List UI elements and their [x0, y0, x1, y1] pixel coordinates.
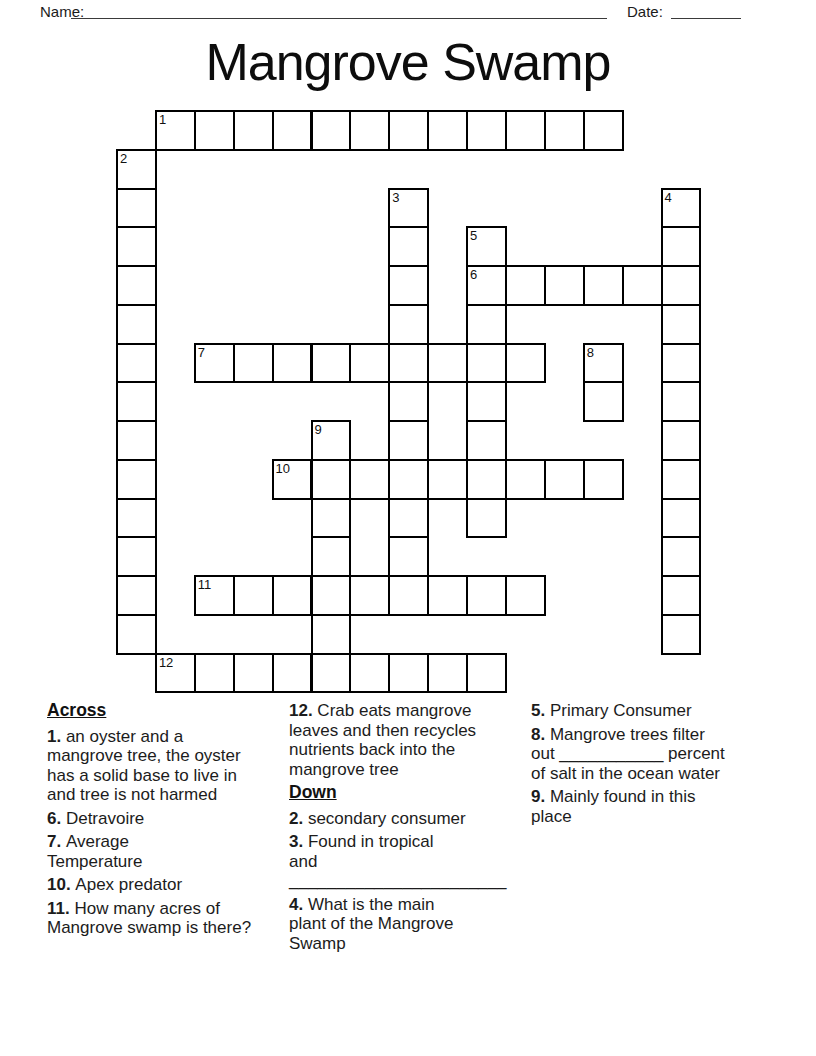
grid-cell-r7c13[interactable]: 8: [583, 343, 624, 384]
cell-number: 12: [159, 655, 173, 670]
grid-cell-r12c1[interactable]: [116, 536, 157, 577]
cell-number: 4: [665, 190, 672, 205]
grid-cell-r8c13[interactable]: [583, 381, 624, 422]
grid-cell-r5c13[interactable]: [583, 265, 624, 306]
grid-cell-r13c10[interactable]: [466, 575, 507, 616]
grid-cell-r11c1[interactable]: [116, 498, 157, 539]
grid-cell-r5c15[interactable]: [661, 265, 702, 306]
grid-cell-r10c15[interactable]: [661, 459, 702, 500]
grid-cell-r13c3[interactable]: 11: [194, 575, 235, 616]
grid-cell-r12c8[interactable]: [388, 536, 429, 577]
grid-cell-r7c7[interactable]: [349, 343, 390, 384]
grid-cell-r5c12[interactable]: [544, 265, 585, 306]
grid-cell-r10c5[interactable]: 10: [272, 459, 313, 500]
grid-cell-r5c11[interactable]: [505, 265, 546, 306]
grid-cell-r10c11[interactable]: [505, 459, 546, 500]
grid-cell-r1c12[interactable]: [544, 110, 585, 151]
grid-cell-r13c11[interactable]: [505, 575, 546, 616]
grid-cell-r8c15[interactable]: [661, 381, 702, 422]
grid-cell-r1c8[interactable]: [388, 110, 429, 151]
clue-number: 2.: [289, 809, 308, 828]
clue-number: 1.: [47, 727, 66, 746]
grid-cell-r9c1[interactable]: [116, 420, 157, 461]
page-title: Mangrove Swamp: [0, 32, 816, 92]
grid-cell-r10c9[interactable]: [427, 459, 468, 500]
grid-cell-r14c6[interactable]: [311, 614, 352, 655]
clue-text: secondary consumer: [308, 809, 466, 828]
clues-column-right: 5. Primary Consumer8. Mangrove trees fil…: [531, 701, 776, 830]
grid-cell-r7c4[interactable]: [233, 343, 274, 384]
grid-cell-r5c14[interactable]: [622, 265, 663, 306]
grid-cell-r1c3[interactable]: [194, 110, 235, 151]
grid-cell-r9c10[interactable]: [466, 420, 507, 461]
cell-number: 8: [587, 345, 594, 360]
grid-cell-r6c1[interactable]: [116, 304, 157, 345]
grid-cell-r2c1[interactable]: 2: [116, 149, 157, 190]
grid-cell-r1c4[interactable]: [233, 110, 274, 151]
grid-cell-r7c3[interactable]: 7: [194, 343, 235, 384]
grid-cell-r6c8[interactable]: [388, 304, 429, 345]
grid-cell-r10c6[interactable]: [311, 459, 352, 500]
cell-number: 10: [276, 461, 290, 476]
grid-cell-r11c6[interactable]: [311, 498, 352, 539]
grid-cell-r7c10[interactable]: [466, 343, 507, 384]
clue-text: Mangrove trees filter out ___________ pe…: [531, 725, 725, 783]
grid-cell-r7c5[interactable]: [272, 343, 313, 384]
clue-text: How many acres of Mangrove swamp is ther…: [47, 899, 251, 938]
grid-cell-r6c15[interactable]: [661, 304, 702, 345]
clue-text: Mainly found in this place: [531, 787, 695, 826]
grid-cell-r9c15[interactable]: [661, 420, 702, 461]
grid-cell-r1c10[interactable]: [466, 110, 507, 151]
grid-cell-r13c7[interactable]: [349, 575, 390, 616]
grid-cell-r8c1[interactable]: [116, 381, 157, 422]
clue-number: 4.: [289, 895, 308, 914]
grid-cell-r3c15[interactable]: 4: [661, 188, 702, 229]
cell-number: 9: [315, 422, 322, 437]
clue-2: 2. secondary consumer: [289, 809, 534, 829]
clue-4: 4. What is the main plant of the Mangrov…: [289, 895, 534, 954]
grid-cell-r13c5[interactable]: [272, 575, 313, 616]
cell-number: 2: [120, 151, 127, 166]
clues-heading-down: Down: [289, 783, 534, 803]
grid-cell-r7c9[interactable]: [427, 343, 468, 384]
grid-cell-r14c15[interactable]: [661, 614, 702, 655]
grid-cell-r7c1[interactable]: [116, 343, 157, 384]
grid-cell-r8c8[interactable]: [388, 381, 429, 422]
grid-cell-r5c1[interactable]: [116, 265, 157, 306]
grid-cell-r15c2[interactable]: 12: [155, 653, 196, 694]
grid-cell-r11c15[interactable]: [661, 498, 702, 539]
cell-number: 3: [392, 190, 399, 205]
grid-cell-r4c15[interactable]: [661, 226, 702, 267]
grid-cell-r4c10[interactable]: 5: [466, 226, 507, 267]
clue-11: 11. How many acres of Mangrove swamp is …: [47, 899, 297, 938]
grid-cell-r1c13[interactable]: [583, 110, 624, 151]
grid-cell-r10c8[interactable]: [388, 459, 429, 500]
grid-cell-r3c1[interactable]: [116, 188, 157, 229]
clues-heading-across: Across: [47, 701, 297, 721]
grid-cell-r15c5[interactable]: [272, 653, 313, 694]
worksheet-page: Name: Date: Mangrove Swamp 1234567891011…: [0, 0, 816, 1056]
clue-text: Found in tropical and __________________…: [289, 832, 506, 890]
grid-cell-r13c6[interactable]: [311, 575, 352, 616]
clue-9: 9. Mainly found in this place: [531, 787, 776, 826]
clues-column-left: Across1. an oyster and a mangrove tree, …: [47, 701, 297, 942]
grid-cell-r15c10[interactable]: [466, 653, 507, 694]
grid-cell-r1c2[interactable]: 1: [155, 110, 196, 151]
clue-8: 8. Mangrove trees filter out ___________…: [531, 725, 776, 784]
grid-cell-r1c11[interactable]: [505, 110, 546, 151]
grid-cell-r10c7[interactable]: [349, 459, 390, 500]
clue-number: 6.: [47, 809, 66, 828]
grid-cell-r13c9[interactable]: [427, 575, 468, 616]
grid-cell-r14c1[interactable]: [116, 614, 157, 655]
grid-cell-r10c12[interactable]: [544, 459, 585, 500]
grid-cell-r5c8[interactable]: [388, 265, 429, 306]
clue-text: What is the main plant of the Mangrove S…: [289, 895, 453, 953]
clue-number: 10.: [47, 875, 75, 894]
clue-text: an oyster and a mangrove tree, the oyste…: [47, 727, 241, 805]
cell-number: 11: [198, 577, 212, 592]
grid-cell-r1c5[interactable]: [272, 110, 313, 151]
clue-number: 7.: [47, 832, 66, 851]
clue-7: 7. Average Temperature: [47, 832, 297, 871]
clue-number: 11.: [47, 899, 74, 918]
clue-5: 5. Primary Consumer: [531, 701, 776, 721]
grid-cell-r4c8[interactable]: [388, 226, 429, 267]
clue-text: Primary Consumer: [550, 701, 692, 720]
grid-cell-r6c10[interactable]: [466, 304, 507, 345]
clue-number: 12.: [289, 701, 317, 720]
clue-3: 3. Found in tropical and _______________…: [289, 832, 534, 891]
clue-1: 1. an oyster and a mangrove tree, the oy…: [47, 727, 297, 805]
grid-cell-r15c4[interactable]: [233, 653, 274, 694]
grid-cell-r4c1[interactable]: [116, 226, 157, 267]
grid-cell-r8c10[interactable]: [466, 381, 507, 422]
grid-cell-r13c4[interactable]: [233, 575, 274, 616]
grid-cell-r1c6[interactable]: [311, 110, 352, 151]
grid-cell-r15c7[interactable]: [349, 653, 390, 694]
clue-12: 12. Crab eats mangrove leaves and then r…: [289, 701, 534, 779]
grid-cell-r15c9[interactable]: [427, 653, 468, 694]
cell-number: 7: [198, 345, 205, 360]
date-blank-line[interactable]: [671, 18, 741, 19]
clues-column-middle: 12. Crab eats mangrove leaves and then r…: [289, 701, 534, 957]
clue-text: Apex predator: [75, 875, 182, 894]
grid-cell-r10c1[interactable]: [116, 459, 157, 500]
grid-cell-r12c6[interactable]: [311, 536, 352, 577]
grid-cell-r1c9[interactable]: [427, 110, 468, 151]
grid-cell-r10c10[interactable]: [466, 459, 507, 500]
clue-text: Crab eats mangrove leaves and then recyc…: [289, 701, 476, 779]
clue-6: 6. Detravoire: [47, 809, 297, 829]
clue-number: 3.: [289, 832, 308, 851]
grid-cell-r15c6[interactable]: [311, 653, 352, 694]
grid-cell-r7c15[interactable]: [661, 343, 702, 384]
grid-cell-r9c8[interactable]: [388, 420, 429, 461]
date-label: Date:: [627, 3, 663, 20]
grid-cell-r1c7[interactable]: [349, 110, 390, 151]
clue-number: 8.: [531, 725, 550, 744]
clue-text: Detravoire: [66, 809, 144, 828]
name-blank-line[interactable]: [71, 18, 607, 19]
grid-cell-r9c6[interactable]: 9: [311, 420, 352, 461]
cell-number: 1: [159, 112, 166, 127]
grid-cell-r13c8[interactable]: [388, 575, 429, 616]
cell-number: 5: [470, 228, 477, 243]
cell-number: 6: [470, 267, 477, 282]
grid-cell-r11c8[interactable]: [388, 498, 429, 539]
clue-number: 5.: [531, 701, 550, 720]
grid-cell-r15c3[interactable]: [194, 653, 235, 694]
grid-cell-r7c8[interactable]: [388, 343, 429, 384]
grid-cell-r10c13[interactable]: [583, 459, 624, 500]
grid-cell-r7c11[interactable]: [505, 343, 546, 384]
grid-cell-r11c10[interactable]: [466, 498, 507, 539]
clue-number: 9.: [531, 787, 550, 806]
grid-cell-r13c15[interactable]: [661, 575, 702, 616]
grid-cell-r13c1[interactable]: [116, 575, 157, 616]
grid-cell-r12c15[interactable]: [661, 536, 702, 577]
grid-cell-r5c10[interactable]: 6: [466, 265, 507, 306]
grid-cell-r15c8[interactable]: [388, 653, 429, 694]
clue-10: 10. Apex predator: [47, 875, 297, 895]
grid-cell-r3c8[interactable]: 3: [388, 188, 429, 229]
grid-cell-r7c6[interactable]: [311, 343, 352, 384]
